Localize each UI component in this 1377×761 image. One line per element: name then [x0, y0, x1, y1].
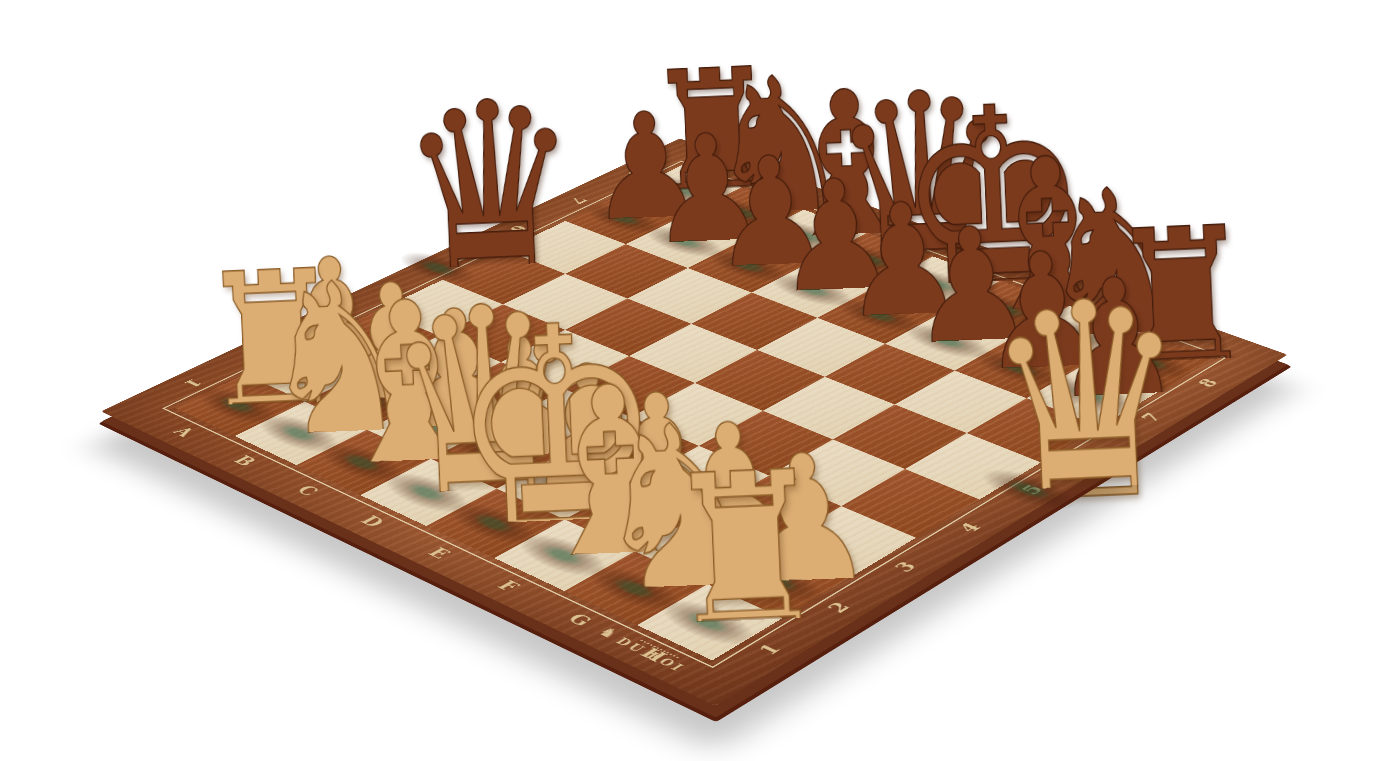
chess-set-product-photo: AABBCCDDEEFFGGHH1122334455667788 ♞ DU RO… [0, 0, 1377, 761]
chessboard: AABBCCDDEEFFGGHH1122334455667788 ♞ DU RO… [101, 138, 1288, 706]
